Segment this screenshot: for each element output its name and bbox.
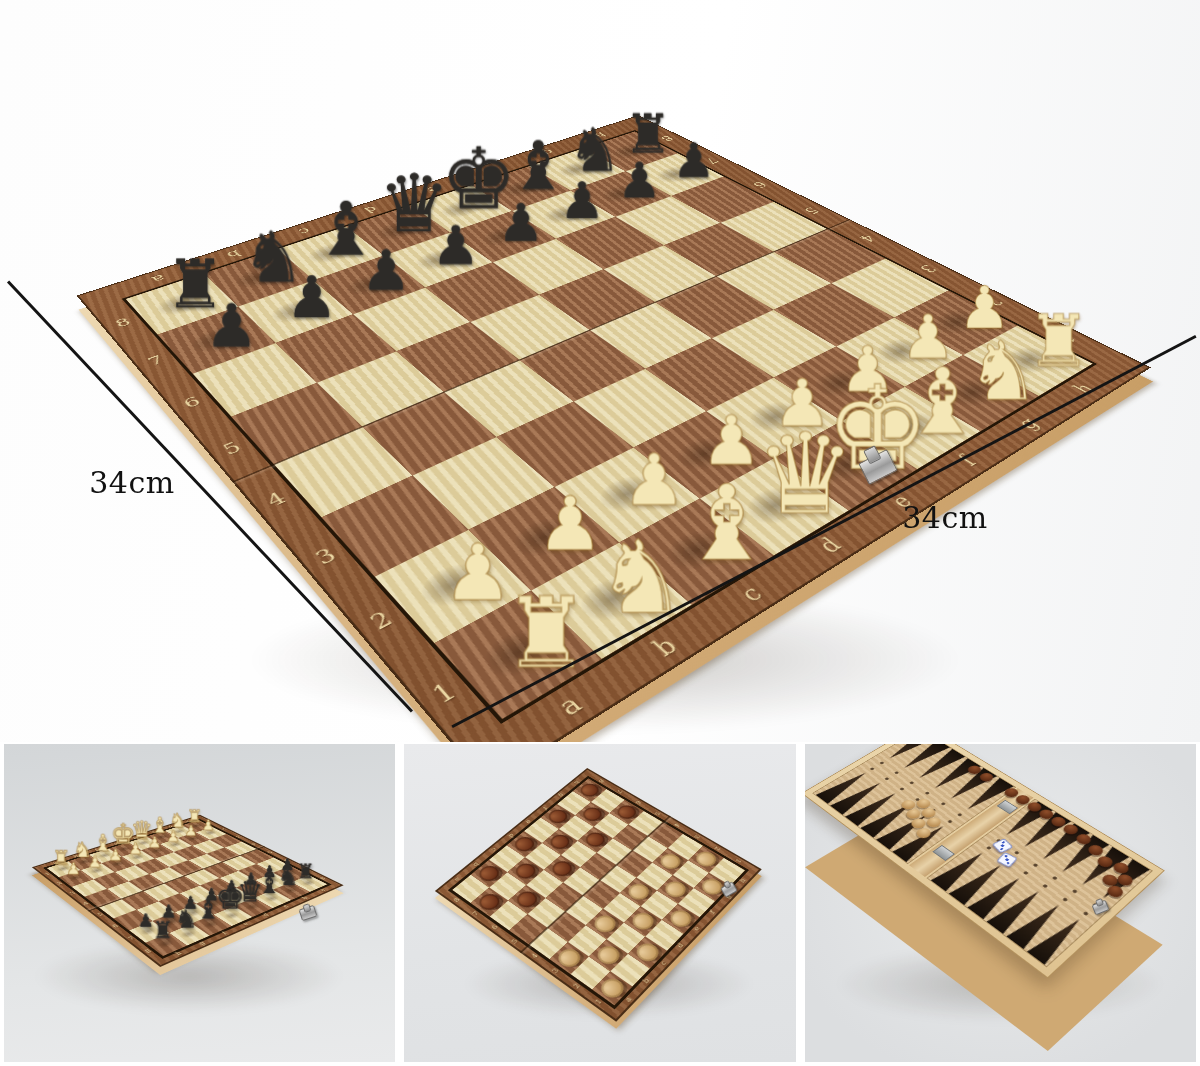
peg-hole [1032,863,1038,867]
peg-hole [1062,897,1068,902]
peg-hole [957,813,963,817]
peg-hole [909,781,914,784]
peg-hole [1082,911,1088,916]
thumbnail-checkers-board: aabbccddeeffgghh8877665544332211 [484,764,716,996]
main-product-photo: aabbccddeeffgghh8877665544332211♜♞♝♛♚♝♞♜… [0,0,1200,742]
peg-hole [1051,876,1057,880]
peg-hole [986,846,992,850]
board-face: aabbccddeeffgghh8877665544332211 [435,768,762,1022]
black-pawn-icon: ♟ [345,244,428,297]
white-pawn-icon: ♟ [83,854,108,869]
gallery-thumbnails: aabbccddeeffgghh8877665544332211♜♞♝♛♚♝♞♜… [4,744,1196,1062]
thumbnail-chess[interactable]: aabbccddeeffgghh8877665544332211♜♞♝♛♚♝♞♜… [4,744,395,1062]
white-pawn-icon: ♟ [61,861,86,876]
thumbnail-checkers[interactable]: aabbccddeeffgghh8877665544332211 [404,744,795,1062]
dimension-label-left: 34cm [62,465,202,500]
peg-hole [879,761,884,764]
peg-hole [924,791,929,795]
product-screenshot: aabbccddeeffgghh8877665544332211♜♞♝♛♚♝♞♜… [0,0,1200,1066]
peg-hole [1042,884,1048,889]
black-pawn-icon: ♟ [187,298,276,355]
thumbnail-chess-board: aabbccddeeffgghh8877665544332211♜♞♝♛♚♝♞♜… [73,765,295,987]
peg-hole [1023,871,1029,875]
peg-hole [869,767,874,770]
peg-hole [884,777,889,780]
black-pawn-icon: ♟ [269,270,354,325]
board-face: aabbccddeeffgghh8877665544332211♜♞♝♛♚♝♞♜… [32,815,344,967]
peg-hole [1014,851,1020,855]
peg-hole [899,787,904,791]
backgammon-point [815,769,871,804]
peg-hole [947,820,953,824]
chess-board: aabbccddeeffgghh8877665544332211♜♞♝♛♚♝♞♜… [208,0,972,712]
peg-hole [940,802,945,806]
white-pawn-icon: ♟ [104,848,128,863]
black-rook-icon: ♜ [148,920,177,942]
dimension-label-right: 34cm [865,500,1025,535]
peg-hole [894,771,899,774]
backgammon-point [830,778,887,814]
backgammon-point [845,789,902,826]
white-rook-icon: ♜ [485,589,608,682]
black-pawn-icon: ♟ [416,221,496,272]
thumbnail-backgammon-board [805,744,1196,1062]
board-face: aabbccddeeffgghh8877665544332211♜♞♝♛♚♝♞♜… [76,115,1151,742]
thumbnail-backgammon[interactable] [805,744,1196,1062]
peg-hole [1071,889,1077,894]
